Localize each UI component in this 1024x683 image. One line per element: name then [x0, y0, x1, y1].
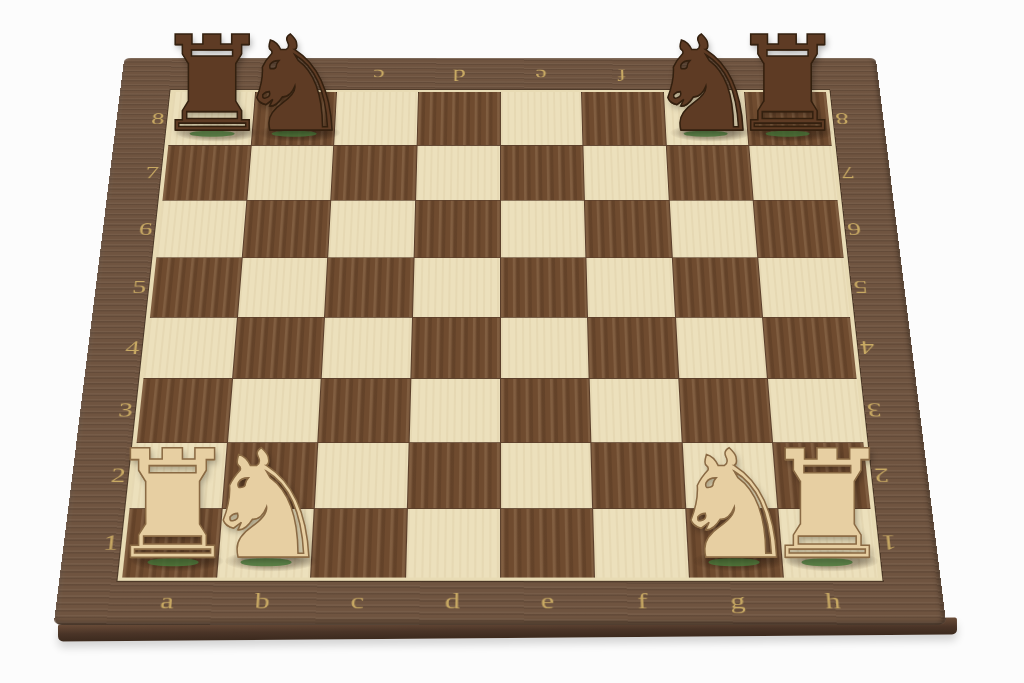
square-a6[interactable] [156, 201, 246, 258]
square-h4[interactable] [763, 317, 856, 378]
square-h5[interactable] [759, 258, 850, 317]
square-f4[interactable] [588, 317, 678, 378]
file-label-e: e [541, 588, 555, 614]
square-f6[interactable] [585, 201, 672, 258]
square-c6[interactable] [328, 201, 415, 258]
file-label-top-c: c [372, 65, 384, 84]
square-d5[interactable] [413, 258, 500, 317]
square-d4[interactable] [411, 317, 499, 378]
file-label-c: c [350, 588, 365, 614]
rank-label-right-4: 4 [859, 336, 876, 358]
piece-black-rook-h8[interactable]: ♜ [729, 19, 847, 151]
rank-label-6: 6 [138, 219, 154, 240]
rank-label-right-6: 6 [846, 219, 862, 240]
square-e4[interactable] [501, 317, 589, 378]
square-e7[interactable] [500, 146, 584, 201]
square-d7[interactable] [416, 146, 500, 201]
square-e2[interactable] [501, 443, 593, 509]
square-d1[interactable] [406, 509, 500, 577]
square-e6[interactable] [500, 201, 585, 258]
square-e1[interactable] [501, 509, 595, 577]
file-label-d: d [445, 588, 461, 614]
square-d2[interactable] [408, 443, 500, 509]
rank-label-7: 7 [144, 163, 160, 183]
square-e3[interactable] [501, 379, 591, 442]
rank-label-4: 4 [124, 336, 141, 358]
file-label-top-f: f [617, 65, 626, 84]
square-g5[interactable] [673, 258, 763, 317]
square-h6[interactable] [754, 201, 844, 258]
square-b5[interactable] [238, 258, 328, 317]
square-g6[interactable] [670, 201, 758, 258]
piece-white-knight-b1[interactable]: ♞ [199, 432, 333, 582]
square-a4[interactable] [143, 317, 236, 378]
square-g4[interactable] [676, 317, 768, 378]
rank-label-right-5: 5 [853, 276, 869, 298]
chessboard-photo: abcdefgh abcdefgh 87654321 87654321 ♜♞♞♜… [0, 0, 1024, 683]
square-d3[interactable] [410, 379, 500, 442]
square-d6[interactable] [414, 201, 499, 258]
piece-white-rook-h1[interactable]: ♜ [760, 432, 894, 582]
square-e8[interactable] [500, 92, 582, 145]
file-label-f: f [637, 588, 648, 614]
square-c5[interactable] [325, 258, 413, 317]
square-a5[interactable] [150, 258, 241, 317]
file-label-top-e: e [535, 65, 547, 84]
rank-label-5: 5 [131, 276, 147, 298]
square-b4[interactable] [233, 317, 325, 378]
file-label-top-d: d [453, 65, 466, 84]
square-f5[interactable] [587, 258, 675, 317]
square-c4[interactable] [322, 317, 412, 378]
square-b6[interactable] [242, 201, 330, 258]
rank-label-right-7: 7 [840, 163, 856, 183]
square-d8[interactable] [417, 92, 499, 145]
piece-black-knight-b8[interactable]: ♞ [236, 19, 354, 151]
square-e5[interactable] [500, 258, 587, 317]
